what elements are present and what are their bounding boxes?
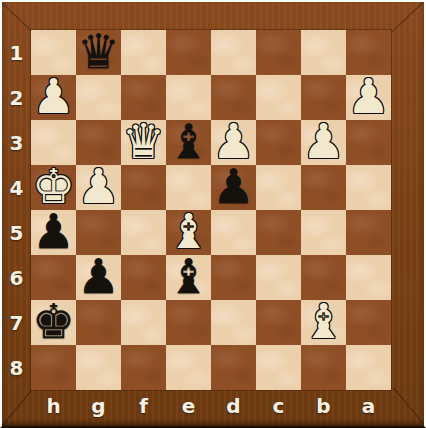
square-d1[interactable]: [211, 30, 256, 75]
black-king[interactable]: ♚: [32, 300, 75, 344]
black-pawn[interactable]: ♟: [32, 210, 75, 254]
square-e6[interactable]: ♝: [166, 255, 211, 300]
square-h1[interactable]: [31, 30, 76, 75]
white-pawn[interactable]: ♟: [347, 75, 390, 119]
chess-board-frame: 12345678 ♛♟♟♛♝♟♟♚♟♟♟♝♟♝♚♝ hgfedcba: [0, 0, 426, 428]
frame-miter-seam: [2, 391, 32, 426]
square-d8[interactable]: [211, 345, 256, 390]
square-c1[interactable]: [256, 30, 301, 75]
square-f4[interactable]: [121, 165, 166, 210]
white-bishop[interactable]: ♝: [167, 210, 210, 254]
square-b3[interactable]: ♟: [301, 120, 346, 165]
square-h5[interactable]: ♟: [31, 210, 76, 255]
rank-labels: 12345678: [2, 30, 31, 390]
black-pawn[interactable]: ♟: [212, 165, 255, 209]
square-b7[interactable]: ♝: [301, 300, 346, 345]
rank-label-8: 8: [2, 345, 31, 390]
square-f3[interactable]: ♛: [121, 120, 166, 165]
square-e8[interactable]: [166, 345, 211, 390]
square-a7[interactable]: [346, 300, 391, 345]
square-d2[interactable]: [211, 75, 256, 120]
square-g8[interactable]: [76, 345, 121, 390]
square-c2[interactable]: [256, 75, 301, 120]
square-a6[interactable]: [346, 255, 391, 300]
rank-label-7: 7: [2, 300, 31, 345]
frame-miter-seam: [393, 388, 425, 425]
square-b4[interactable]: [301, 165, 346, 210]
rank-label-3: 3: [2, 120, 31, 165]
square-c8[interactable]: [256, 345, 301, 390]
chess-board: ♛♟♟♛♝♟♟♚♟♟♟♝♟♝♚♝: [31, 30, 391, 390]
file-label-a: a: [346, 390, 391, 422]
square-f1[interactable]: [121, 30, 166, 75]
black-bishop[interactable]: ♝: [167, 255, 210, 299]
file-label-c: c: [256, 390, 301, 422]
square-g4[interactable]: ♟: [76, 165, 121, 210]
square-b8[interactable]: [301, 345, 346, 390]
square-h8[interactable]: [31, 345, 76, 390]
square-c3[interactable]: [256, 120, 301, 165]
square-b2[interactable]: [301, 75, 346, 120]
black-pawn[interactable]: ♟: [77, 255, 120, 299]
square-f8[interactable]: [121, 345, 166, 390]
white-pawn[interactable]: ♟: [302, 120, 345, 164]
file-label-g: g: [76, 390, 121, 422]
file-labels: hgfedcba: [31, 390, 391, 422]
square-d6[interactable]: [211, 255, 256, 300]
square-g1[interactable]: ♛: [76, 30, 121, 75]
square-h6[interactable]: [31, 255, 76, 300]
square-a1[interactable]: [346, 30, 391, 75]
square-g6[interactable]: ♟: [76, 255, 121, 300]
square-d4[interactable]: ♟: [211, 165, 256, 210]
file-label-h: h: [31, 390, 76, 422]
square-e5[interactable]: ♝: [166, 210, 211, 255]
square-a3[interactable]: [346, 120, 391, 165]
square-e3[interactable]: ♝: [166, 120, 211, 165]
square-a5[interactable]: [346, 210, 391, 255]
file-label-d: d: [211, 390, 256, 422]
square-e2[interactable]: [166, 75, 211, 120]
square-g3[interactable]: [76, 120, 121, 165]
square-e7[interactable]: [166, 300, 211, 345]
white-pawn[interactable]: ♟: [32, 75, 75, 119]
square-d7[interactable]: [211, 300, 256, 345]
square-c6[interactable]: [256, 255, 301, 300]
file-label-e: e: [166, 390, 211, 422]
square-h7[interactable]: ♚: [31, 300, 76, 345]
black-bishop[interactable]: ♝: [167, 120, 210, 164]
file-label-f: f: [121, 390, 166, 422]
square-b5[interactable]: [301, 210, 346, 255]
square-d3[interactable]: ♟: [211, 120, 256, 165]
square-g5[interactable]: [76, 210, 121, 255]
square-e1[interactable]: [166, 30, 211, 75]
square-b6[interactable]: [301, 255, 346, 300]
white-bishop[interactable]: ♝: [302, 300, 345, 344]
square-f6[interactable]: [121, 255, 166, 300]
rank-label-2: 2: [2, 75, 31, 120]
square-g2[interactable]: [76, 75, 121, 120]
white-queen[interactable]: ♛: [122, 120, 165, 164]
square-h4[interactable]: ♚: [31, 165, 76, 210]
white-pawn[interactable]: ♟: [77, 165, 120, 209]
square-a4[interactable]: [346, 165, 391, 210]
white-king[interactable]: ♚: [32, 165, 75, 209]
square-h2[interactable]: ♟: [31, 75, 76, 120]
square-f5[interactable]: [121, 210, 166, 255]
rank-label-4: 4: [2, 165, 31, 210]
square-f7[interactable]: [121, 300, 166, 345]
square-f2[interactable]: [121, 75, 166, 120]
square-c7[interactable]: [256, 300, 301, 345]
square-h3[interactable]: [31, 120, 76, 165]
square-b1[interactable]: [301, 30, 346, 75]
square-d5[interactable]: [211, 210, 256, 255]
black-queen[interactable]: ♛: [77, 30, 120, 74]
square-c5[interactable]: [256, 210, 301, 255]
frame-miter-seam: [392, 1, 424, 32]
square-a2[interactable]: ♟: [346, 75, 391, 120]
white-pawn[interactable]: ♟: [212, 120, 255, 164]
square-g7[interactable]: [76, 300, 121, 345]
rank-label-1: 1: [2, 30, 31, 75]
rank-label-6: 6: [2, 255, 31, 300]
square-e4[interactable]: [166, 165, 211, 210]
square-c4[interactable]: [256, 165, 301, 210]
frame-miter-seam: [1, 2, 31, 31]
file-label-b: b: [301, 390, 346, 422]
rank-label-5: 5: [2, 210, 31, 255]
square-a8[interactable]: [346, 345, 391, 390]
